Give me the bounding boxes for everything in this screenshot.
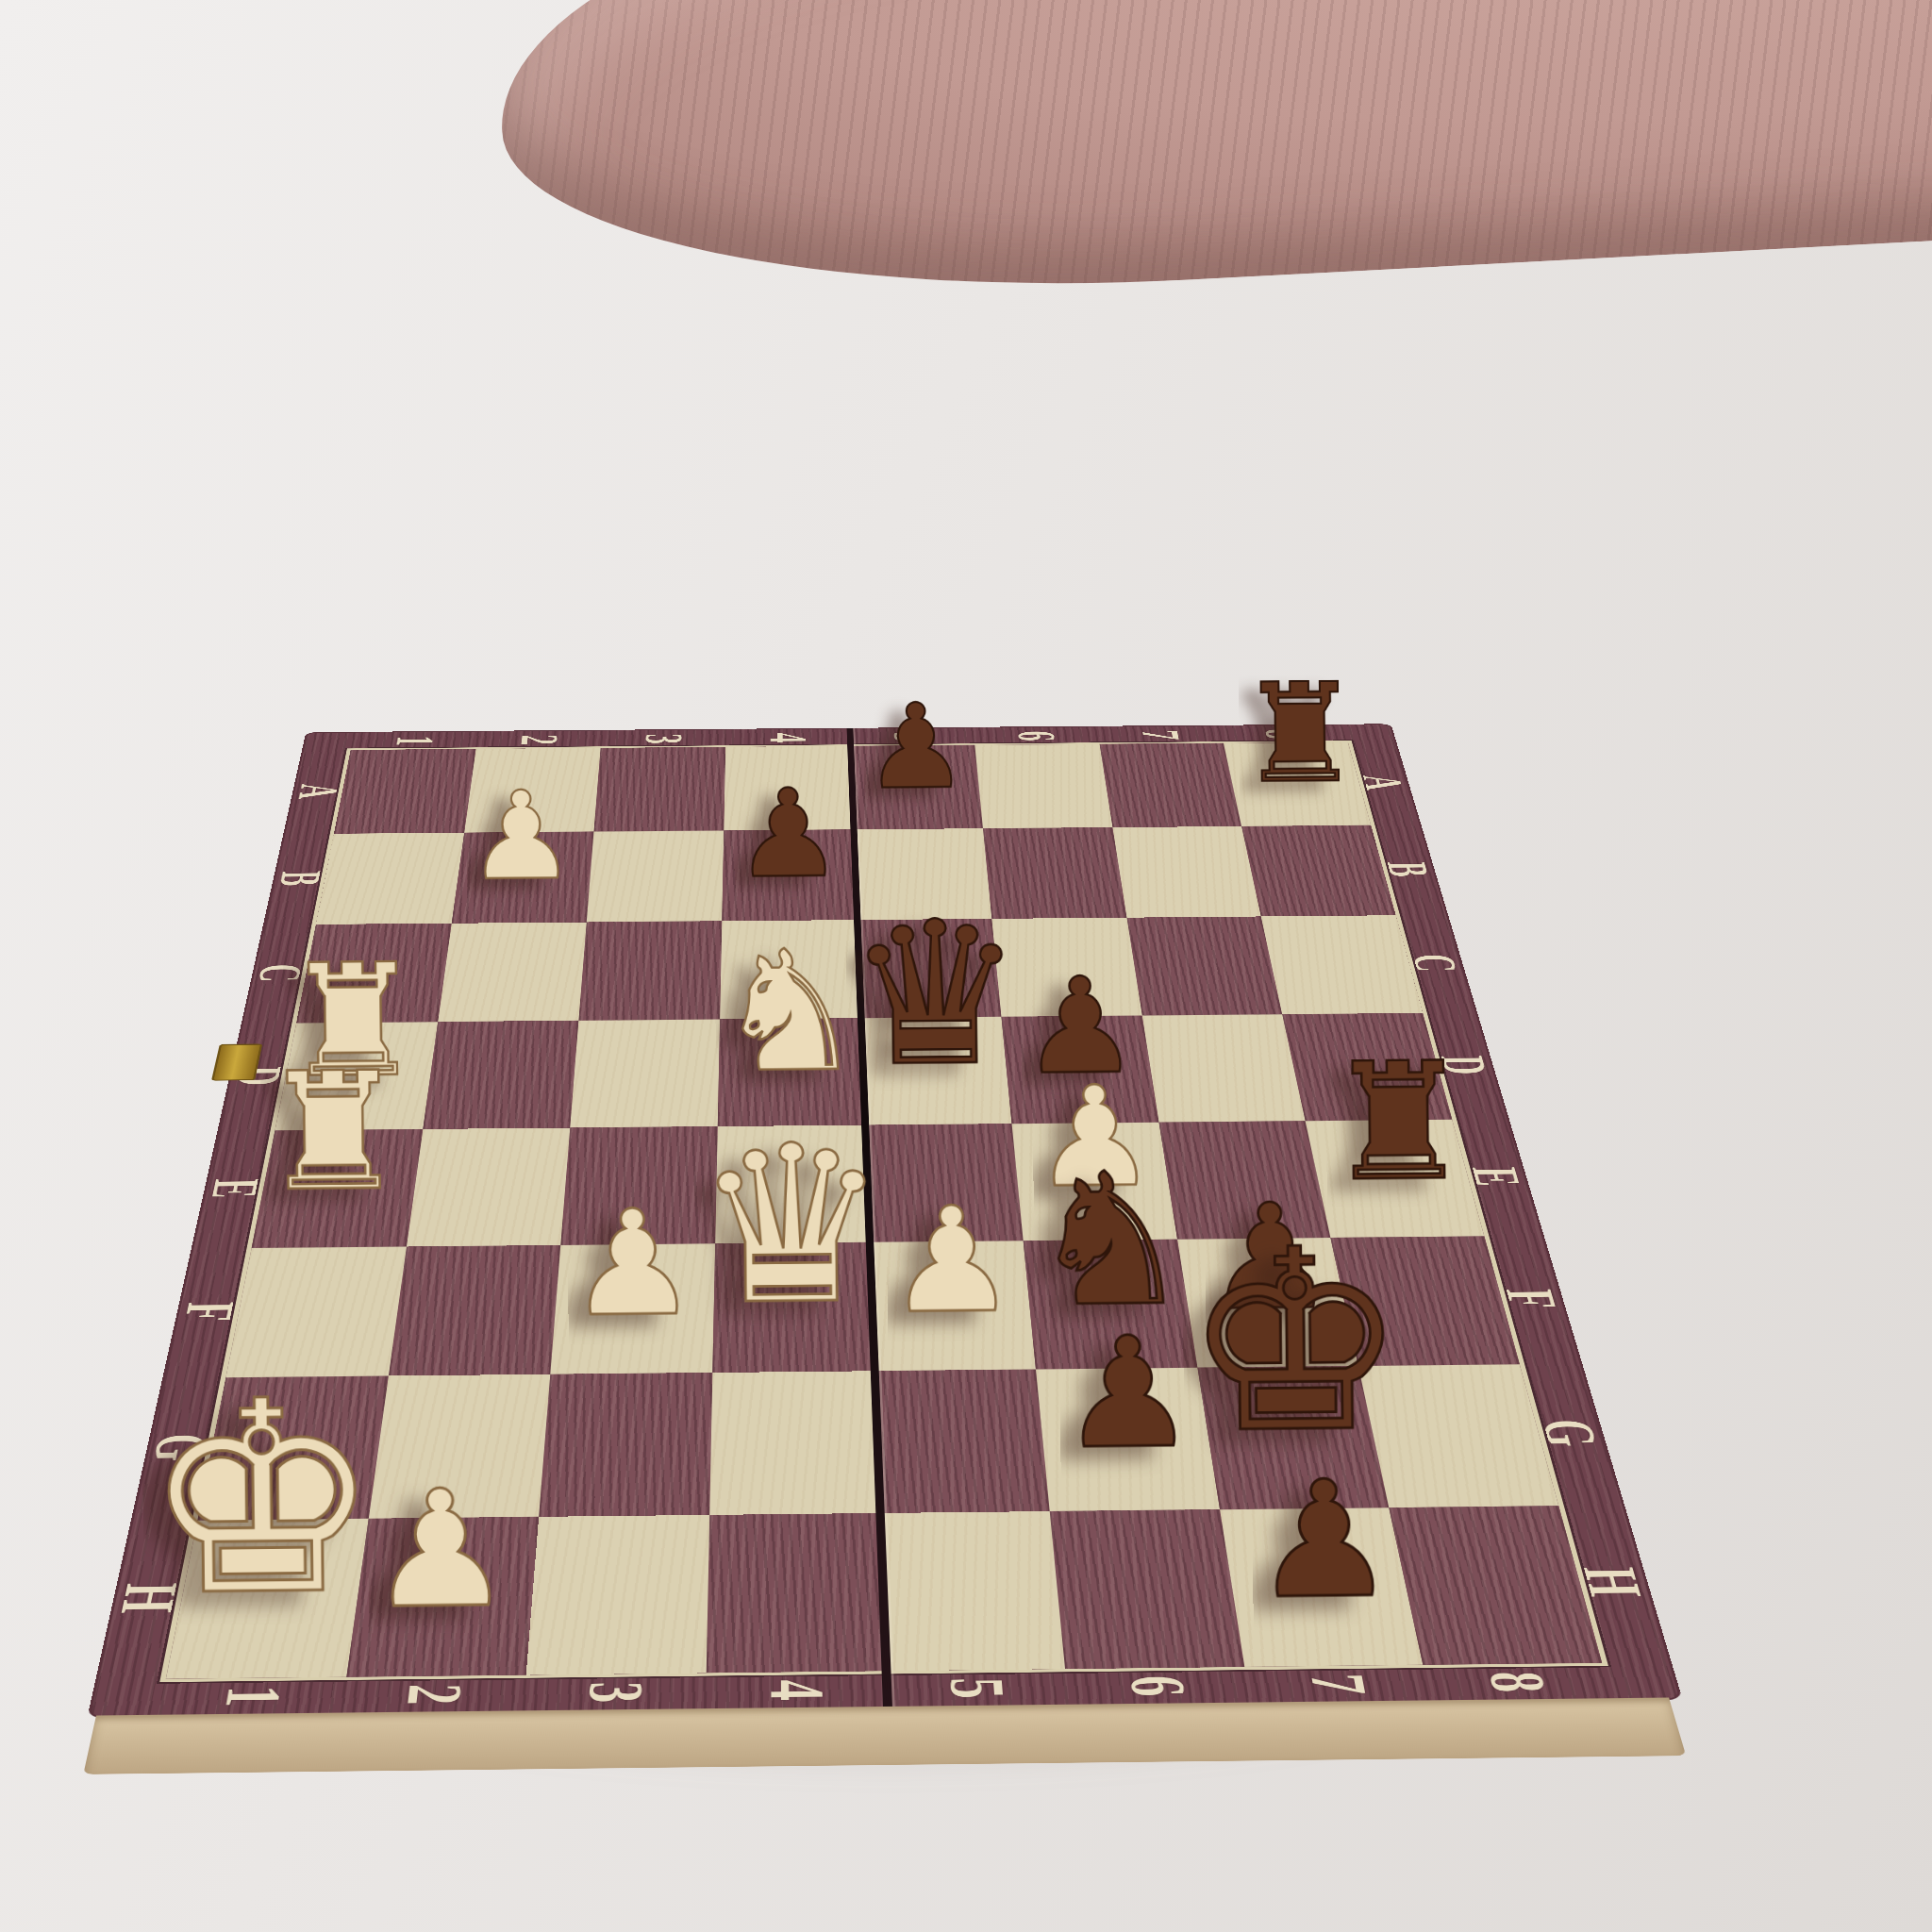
square-f2 xyxy=(389,1245,561,1376)
rank-bottom-label-5: 5 xyxy=(932,1677,1022,1699)
label-cell: 1 xyxy=(158,1677,346,1716)
label-cell: 6 xyxy=(974,726,1100,744)
file-right-label-D: D xyxy=(1426,1056,1502,1075)
rank-bottom-label-7: 7 xyxy=(1291,1674,1383,1695)
square-f5: ♟ xyxy=(870,1241,1037,1371)
piece-white-pawn-f5: ♟ xyxy=(886,1188,1017,1334)
square-h4 xyxy=(707,1513,886,1673)
square-c8 xyxy=(1261,915,1423,1014)
square-g3 xyxy=(539,1373,712,1517)
square-h1: ♚ xyxy=(166,1519,369,1679)
label-cell: 8 xyxy=(1424,1663,1612,1702)
square-b8 xyxy=(1241,825,1395,917)
file-left-label-F: F xyxy=(169,1302,250,1322)
square-a7 xyxy=(1099,743,1241,827)
rank-bottom-label-1: 1 xyxy=(207,1686,299,1707)
label-cell: 3 xyxy=(601,730,726,748)
square-h3 xyxy=(526,1515,709,1675)
piece-white-knight-d4: ♞ xyxy=(715,928,866,1095)
square-d2 xyxy=(423,1021,579,1129)
file-right-label-C: C xyxy=(1399,954,1471,972)
label-cell: 3 xyxy=(524,1673,707,1711)
square-b7 xyxy=(1112,826,1261,918)
square-b2: ♟ xyxy=(451,832,593,924)
file-left-label-H: H xyxy=(103,1582,195,1613)
piece-black-pawn-b4: ♟ xyxy=(733,773,843,894)
square-b1 xyxy=(316,833,464,924)
square-e2 xyxy=(407,1128,571,1247)
rank-bottom-label-8: 8 xyxy=(1471,1671,1563,1692)
square-f3: ♟ xyxy=(551,1243,716,1374)
piece-black-king-g7: ♚ xyxy=(1182,1216,1409,1469)
label-cell: 7 xyxy=(1244,1665,1431,1704)
label-cell: 4 xyxy=(706,1671,888,1709)
file-left-label-E: E xyxy=(196,1178,275,1198)
label-cell: 4 xyxy=(725,729,850,747)
file-right-label-G: G xyxy=(1525,1419,1614,1447)
rank-top-label-7: 7 xyxy=(1129,730,1191,741)
file-right-label-A: A xyxy=(1350,775,1416,791)
piece-black-pawn-g6: ♟ xyxy=(1059,1316,1197,1470)
file-right-label-H: H xyxy=(1566,1567,1659,1598)
label-cell: 7 xyxy=(1096,725,1224,743)
label-cell: 5 xyxy=(886,1669,1069,1707)
square-h6 xyxy=(1050,1509,1244,1669)
file-right-label-F: F xyxy=(1490,1289,1572,1308)
chess-board: 12345678 12345678 ABCDEFGH ABCDEFGH ♟♜♟♟… xyxy=(91,724,1680,1717)
rank-top-label-8: 8 xyxy=(1253,729,1316,740)
playing-area: ♟♜♟♟♜♞♛♟♜♟♜♟♛♟♞♟♟♚♚♟♟ xyxy=(166,742,1602,1679)
square-e1: ♜ xyxy=(252,1129,423,1248)
squares-grid: ♟♜♟♟♜♞♛♟♜♟♜♟♛♟♞♟♟♚♚♟♟ xyxy=(166,742,1602,1679)
rank-top-label-3: 3 xyxy=(633,734,694,744)
square-a6 xyxy=(974,744,1112,828)
rank-top-label-2: 2 xyxy=(508,735,571,745)
square-h2: ♟ xyxy=(346,1517,539,1677)
piece-white-queen-f4: ♛ xyxy=(693,1117,891,1336)
file-left-label-G: G xyxy=(137,1433,224,1461)
piece-black-pawn-a5: ♟ xyxy=(863,688,969,805)
file-left-label-A: A xyxy=(286,784,351,799)
square-g5 xyxy=(874,1370,1050,1513)
rank-bottom-label-4: 4 xyxy=(752,1679,841,1701)
label-cell: 6 xyxy=(1065,1667,1250,1706)
square-b3 xyxy=(587,830,724,922)
square-f4: ♛ xyxy=(712,1242,874,1373)
square-a1 xyxy=(334,749,475,834)
square-c3 xyxy=(579,921,723,1020)
label-cell: 1 xyxy=(351,732,478,750)
square-h5 xyxy=(880,1511,1066,1671)
piece-white-pawn-b2: ♟ xyxy=(466,774,576,897)
rank-bottom-label-6: 6 xyxy=(1112,1675,1203,1697)
file-right-label-E: E xyxy=(1457,1166,1535,1186)
piece-white-pawn-h2: ♟ xyxy=(367,1468,513,1630)
rank-top-label-1: 1 xyxy=(383,736,445,746)
square-a3 xyxy=(594,747,725,832)
rank-top-label-4: 4 xyxy=(758,733,818,743)
file-left-label-D: D xyxy=(222,1066,296,1086)
square-h7: ♟ xyxy=(1220,1507,1424,1667)
piece-white-pawn-f3: ♟ xyxy=(567,1191,699,1337)
rank-bottom-label-2: 2 xyxy=(389,1683,479,1705)
label-cell: 2 xyxy=(341,1675,526,1714)
square-a8: ♜ xyxy=(1224,742,1371,826)
rank-top-label-6: 6 xyxy=(1006,731,1067,741)
file-left-label-B: B xyxy=(266,871,334,886)
square-g4 xyxy=(709,1371,879,1515)
scene-photo-of-chessboard: { "game": "chess", "scene_type": "overhe… xyxy=(0,0,1932,1932)
square-d7 xyxy=(1142,1014,1306,1123)
file-left-label-C: C xyxy=(244,964,316,982)
rank-bottom-label-3: 3 xyxy=(571,1681,660,1703)
square-c2 xyxy=(438,923,587,1023)
square-c7 xyxy=(1126,916,1282,1015)
square-b4: ♟ xyxy=(722,829,857,921)
rank-top-label-5: 5 xyxy=(881,732,942,742)
file-right-label-B: B xyxy=(1374,861,1442,876)
piece-black-pawn-h7: ♟ xyxy=(1252,1459,1397,1622)
square-a5: ♟ xyxy=(850,745,983,830)
label-cell: 2 xyxy=(475,731,602,749)
piece-black-queen-d5: ♛ xyxy=(845,895,1024,1094)
